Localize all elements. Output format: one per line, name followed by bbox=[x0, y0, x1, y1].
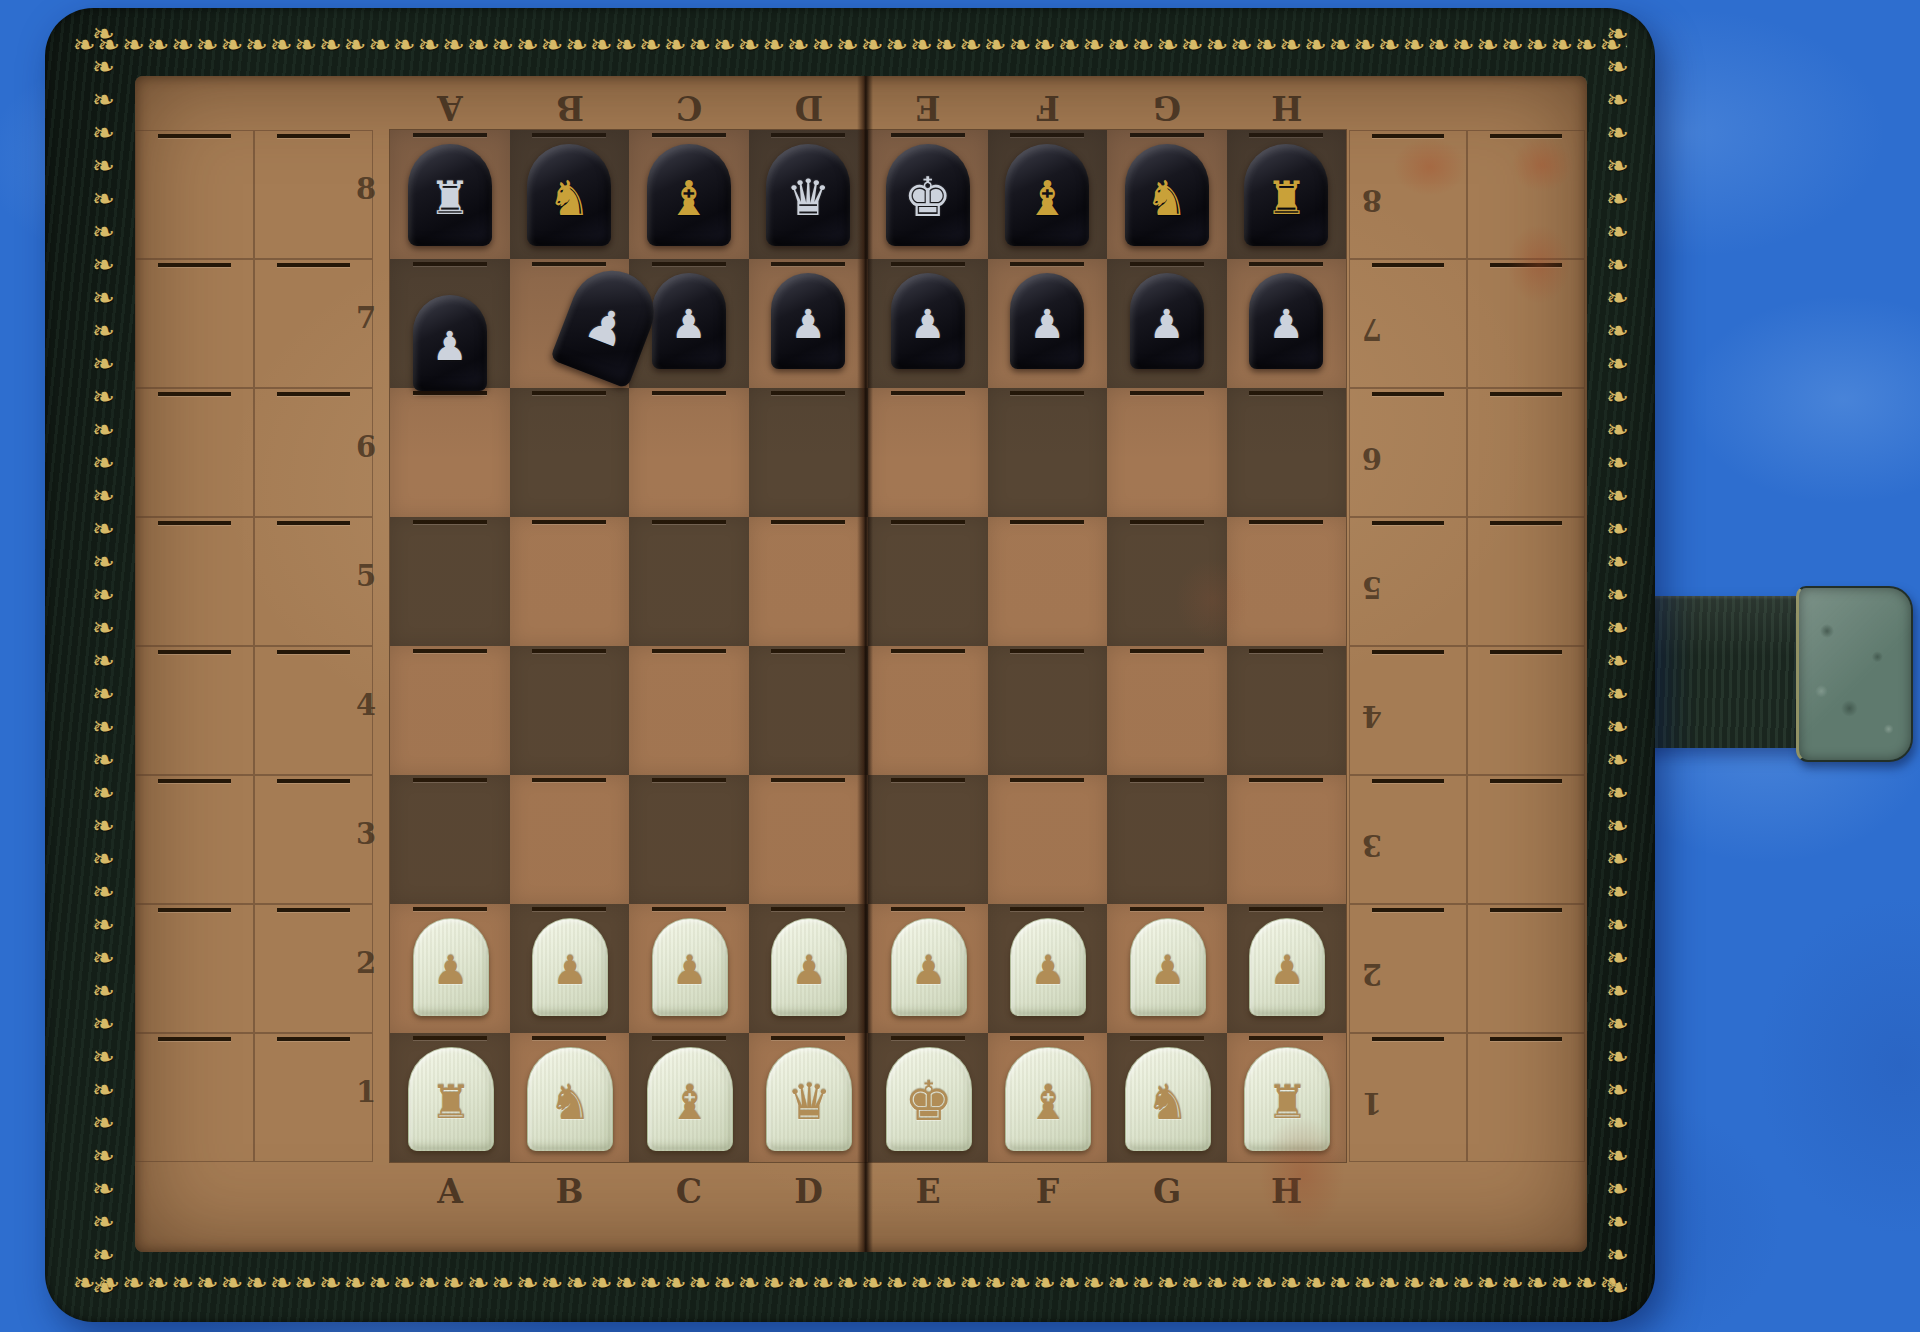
black-king-e8[interactable]: ♚ bbox=[886, 144, 970, 246]
square-f6[interactable] bbox=[988, 388, 1108, 517]
piece-slot bbox=[1130, 520, 1204, 524]
square-d5[interactable] bbox=[749, 517, 869, 646]
piece-slot bbox=[1010, 391, 1084, 395]
piece-slot bbox=[1249, 907, 1323, 911]
piece-slot bbox=[771, 649, 845, 653]
square-b4[interactable] bbox=[510, 646, 630, 775]
piece-slot bbox=[1010, 649, 1084, 653]
rook-icon: ♜ bbox=[429, 175, 470, 221]
file-label-top-f: F bbox=[988, 88, 1108, 127]
piece-slot bbox=[891, 649, 965, 653]
leather-wallet-cover: ❧❧❧❧❧❧❧❧❧❧❧❧❧❧❧❧❧❧❧❧❧❧❧❧❧❧❧❧❧❧❧❧❧❧❧❧❧❧❧❧… bbox=[45, 8, 1655, 1322]
center-fold-seam bbox=[857, 76, 873, 1252]
white-bishop-c1[interactable]: ♝ bbox=[647, 1047, 733, 1151]
pawn-icon: ♟ bbox=[910, 304, 946, 344]
file-label-top-e: E bbox=[868, 88, 988, 127]
file-label-bottom-e: E bbox=[868, 1172, 988, 1211]
square-e4[interactable] bbox=[868, 646, 988, 775]
file-label-bottom-d: D bbox=[749, 1172, 869, 1211]
pawn-icon: ♟ bbox=[790, 304, 826, 344]
black-pawn-f7[interactable]: ♟ bbox=[1010, 273, 1084, 369]
storage-cell[interactable] bbox=[135, 904, 254, 1033]
white-pawn-a2[interactable]: ♟ bbox=[413, 918, 489, 1016]
piece-slot bbox=[652, 262, 726, 266]
file-label-bottom-f: F bbox=[988, 1172, 1108, 1211]
rank-label-left-5: 5 bbox=[347, 517, 385, 646]
bishop-icon: ♝ bbox=[667, 174, 710, 222]
square-f4[interactable] bbox=[988, 646, 1108, 775]
piece-slot bbox=[158, 650, 231, 654]
piece-slot bbox=[1249, 649, 1323, 653]
rank-label-right-7: 7 bbox=[1353, 259, 1391, 388]
piece-slot bbox=[1130, 262, 1204, 266]
piece-slot bbox=[1130, 907, 1204, 911]
piece-slot bbox=[1010, 520, 1084, 524]
piece-slot bbox=[158, 779, 231, 783]
square-d4[interactable] bbox=[749, 646, 869, 775]
queen-icon: ♛ bbox=[786, 173, 831, 223]
piece-slot bbox=[532, 907, 606, 911]
gold-vine-border-top: ❧❧❧❧❧❧❧❧❧❧❧❧❧❧❧❧❧❧❧❧❧❧❧❧❧❧❧❧❧❧❧❧❧❧❧❧❧❧❧❧… bbox=[73, 20, 1627, 72]
piece-slot bbox=[1490, 779, 1562, 783]
storage-cell[interactable] bbox=[1467, 646, 1585, 775]
white-pawn-f2[interactable]: ♟ bbox=[1010, 918, 1086, 1016]
bishop-icon: ♝ bbox=[668, 1078, 711, 1126]
piece-slot bbox=[1010, 907, 1084, 911]
pawn-icon: ♟ bbox=[580, 299, 634, 355]
white-knight-g1[interactable]: ♞ bbox=[1125, 1047, 1211, 1151]
piece-slot bbox=[652, 133, 726, 137]
rank-label-left-2: 2 bbox=[347, 904, 385, 1033]
piece-slot bbox=[413, 1036, 487, 1040]
pawn-icon: ♟ bbox=[791, 950, 827, 990]
piece-slot bbox=[771, 391, 845, 395]
piece-slot bbox=[652, 1036, 726, 1040]
white-king-e1[interactable]: ♚ bbox=[886, 1047, 972, 1151]
square-a5[interactable] bbox=[390, 517, 510, 646]
rank-label-right-6: 6 bbox=[1353, 388, 1391, 517]
pawn-icon: ♟ bbox=[1149, 304, 1185, 344]
pawn-icon: ♟ bbox=[1029, 304, 1065, 344]
pawn-icon: ♟ bbox=[671, 304, 707, 344]
piece-slot bbox=[532, 520, 606, 524]
piece-slot bbox=[413, 520, 487, 524]
rank-label-left-3: 3 bbox=[347, 775, 385, 904]
square-b3[interactable] bbox=[510, 775, 630, 904]
piece-slot bbox=[652, 391, 726, 395]
storage-cell[interactable] bbox=[1467, 130, 1585, 259]
pawn-icon: ♟ bbox=[1268, 304, 1304, 344]
rank-label-right-8: 8 bbox=[1353, 130, 1391, 259]
piece-slot bbox=[1010, 778, 1084, 782]
piece-slot bbox=[1130, 391, 1204, 395]
rank-label-right-4: 4 bbox=[1353, 646, 1391, 775]
white-pawn-g2[interactable]: ♟ bbox=[1130, 918, 1206, 1016]
piece-slot bbox=[277, 134, 350, 138]
square-a4[interactable] bbox=[390, 646, 510, 775]
piece-slot bbox=[158, 263, 231, 267]
pawn-icon: ♟ bbox=[1030, 950, 1066, 990]
bishop-icon: ♝ bbox=[1026, 174, 1069, 222]
king-icon: ♚ bbox=[905, 1075, 953, 1129]
piece-slot bbox=[652, 907, 726, 911]
black-pawn-a7[interactable]: ♟ bbox=[413, 295, 487, 391]
rank-label-right-2: 2 bbox=[1353, 904, 1391, 1033]
piece-slot bbox=[277, 650, 350, 654]
piece-slot bbox=[771, 907, 845, 911]
piece-slot bbox=[1249, 1036, 1323, 1040]
knight-icon: ♞ bbox=[549, 1078, 592, 1126]
piece-slot bbox=[652, 649, 726, 653]
piece-slot bbox=[532, 133, 606, 137]
black-pawn-c7[interactable]: ♟ bbox=[652, 273, 726, 369]
piece-slot bbox=[158, 908, 231, 912]
pawn-icon: ♟ bbox=[1150, 950, 1186, 990]
rook-icon: ♜ bbox=[1266, 175, 1307, 221]
piece-slot bbox=[532, 1036, 606, 1040]
gold-vine-border-bottom: ❧❧❧❧❧❧❧❧❧❧❧❧❧❧❧❧❧❧❧❧❧❧❧❧❧❧❧❧❧❧❧❧❧❧❧❧❧❧❧❧… bbox=[73, 1258, 1627, 1310]
knight-icon: ♞ bbox=[1145, 174, 1188, 222]
piece-slot bbox=[652, 520, 726, 524]
black-knight-g8[interactable]: ♞ bbox=[1125, 144, 1209, 246]
square-d3[interactable] bbox=[749, 775, 869, 904]
pawn-icon: ♟ bbox=[911, 950, 947, 990]
piece-slot bbox=[532, 391, 606, 395]
piece-slot bbox=[1490, 521, 1562, 525]
piece-slot bbox=[532, 778, 606, 782]
square-e3[interactable] bbox=[868, 775, 988, 904]
piece-slot bbox=[532, 649, 606, 653]
storage-cell[interactable] bbox=[135, 517, 254, 646]
white-pawn-b2[interactable]: ♟ bbox=[532, 918, 608, 1016]
square-f3[interactable] bbox=[988, 775, 1108, 904]
white-rook-h1[interactable]: ♜ bbox=[1244, 1047, 1330, 1151]
piece-slot bbox=[891, 391, 965, 395]
white-queen-d1[interactable]: ♛ bbox=[766, 1047, 852, 1151]
piece-slot bbox=[413, 649, 487, 653]
piece-slot bbox=[277, 908, 350, 912]
piece-slot bbox=[1490, 134, 1562, 138]
file-label-bottom-g: G bbox=[1107, 1172, 1227, 1211]
square-c6[interactable] bbox=[629, 388, 749, 517]
storage-cell[interactable] bbox=[135, 646, 254, 775]
square-c3[interactable] bbox=[629, 775, 749, 904]
storage-cell[interactable] bbox=[1467, 517, 1585, 646]
knight-icon: ♞ bbox=[1146, 1078, 1189, 1126]
piece-slot bbox=[158, 134, 231, 138]
photo-background: ❧❧❧❧❧❧❧❧❧❧❧❧❧❧❧❧❧❧❧❧❧❧❧❧❧❧❧❧❧❧❧❧❧❧❧❧❧❧❧❧… bbox=[0, 0, 1920, 1332]
piece-slot bbox=[277, 263, 350, 267]
piece-slot bbox=[1249, 778, 1323, 782]
square-g5[interactable] bbox=[1107, 517, 1227, 646]
piece-slot bbox=[158, 1037, 231, 1041]
pawn-icon: ♟ bbox=[1269, 950, 1305, 990]
piece-slot bbox=[277, 392, 350, 396]
black-pawn-g7[interactable]: ♟ bbox=[1130, 273, 1204, 369]
file-label-bottom-b: B bbox=[510, 1172, 630, 1211]
square-g4[interactable] bbox=[1107, 646, 1227, 775]
black-bishop-f8[interactable]: ♝ bbox=[1005, 144, 1089, 246]
square-f5[interactable] bbox=[988, 517, 1108, 646]
board-leather-interior: AABBCCDDEEFFGGHH8877665544332211 ♜♞♝♛♚♝♞… bbox=[135, 76, 1587, 1252]
bishop-icon: ♝ bbox=[1027, 1078, 1070, 1126]
square-h5[interactable] bbox=[1227, 517, 1347, 646]
piece-slot bbox=[771, 1036, 845, 1040]
piece-slot bbox=[413, 778, 487, 782]
rank-label-left-4: 4 bbox=[347, 646, 385, 775]
rank-label-left-6: 6 bbox=[347, 388, 385, 517]
rank-label-right-5: 5 bbox=[1353, 517, 1391, 646]
storage-cell[interactable] bbox=[135, 130, 254, 259]
square-c5[interactable] bbox=[629, 517, 749, 646]
piece-slot bbox=[891, 1036, 965, 1040]
piece-slot bbox=[413, 391, 487, 395]
piece-slot bbox=[1490, 263, 1562, 267]
piece-slot bbox=[1249, 262, 1323, 266]
file-label-top-c: C bbox=[629, 88, 749, 127]
rook-icon: ♜ bbox=[1267, 1079, 1308, 1125]
rank-label-right-3: 3 bbox=[1353, 775, 1391, 904]
black-knight-b8[interactable]: ♞ bbox=[527, 144, 611, 246]
black-rook-h8[interactable]: ♜ bbox=[1244, 144, 1328, 246]
piece-slot bbox=[891, 133, 965, 137]
piece-slot bbox=[652, 778, 726, 782]
file-label-top-a: A bbox=[390, 88, 510, 127]
square-h4[interactable] bbox=[1227, 646, 1347, 775]
storage-cell[interactable] bbox=[1467, 1033, 1585, 1162]
piece-slot bbox=[158, 392, 231, 396]
gold-vine-border-right: ❧❧❧❧❧❧❧❧❧❧❧❧❧❧❧❧❧❧❧❧❧❧❧❧❧❧❧❧❧❧❧❧❧❧❧❧❧❧❧❧… bbox=[1591, 18, 1643, 1312]
file-label-top-b: B bbox=[510, 88, 630, 127]
piece-slot bbox=[891, 778, 965, 782]
piece-slot bbox=[413, 907, 487, 911]
piece-slot bbox=[771, 262, 845, 266]
square-e5[interactable] bbox=[868, 517, 988, 646]
rank-label-left-7: 7 bbox=[347, 259, 385, 388]
white-bishop-f1[interactable]: ♝ bbox=[1005, 1047, 1091, 1151]
pawn-icon: ♟ bbox=[433, 950, 469, 990]
piece-slot bbox=[771, 133, 845, 137]
square-g6[interactable] bbox=[1107, 388, 1227, 517]
storage-cell[interactable] bbox=[135, 388, 254, 517]
piece-slot bbox=[1249, 520, 1323, 524]
storage-cell[interactable] bbox=[1467, 904, 1585, 1033]
piece-slot bbox=[891, 262, 965, 266]
square-a3[interactable] bbox=[390, 775, 510, 904]
piece-slot bbox=[1490, 392, 1562, 396]
storage-cell[interactable] bbox=[1467, 388, 1585, 517]
square-a6[interactable] bbox=[390, 388, 510, 517]
storage-cell[interactable] bbox=[1467, 259, 1585, 388]
piece-slot bbox=[1490, 650, 1562, 654]
rank-label-left-1: 1 bbox=[347, 1033, 385, 1162]
pawn-icon: ♟ bbox=[672, 950, 708, 990]
square-h6[interactable] bbox=[1227, 388, 1347, 517]
gold-vine-border-left: ❧❧❧❧❧❧❧❧❧❧❧❧❧❧❧❧❧❧❧❧❧❧❧❧❧❧❧❧❧❧❧❧❧❧❧❧❧❧❧❧… bbox=[77, 18, 129, 1312]
storage-cell[interactable] bbox=[135, 259, 254, 388]
storage-cell[interactable] bbox=[135, 1033, 254, 1162]
piece-slot bbox=[532, 262, 606, 266]
piece-slot bbox=[1130, 649, 1204, 653]
square-b6[interactable] bbox=[510, 388, 630, 517]
piece-slot bbox=[891, 520, 965, 524]
pawn-icon: ♟ bbox=[552, 950, 588, 990]
white-pawn-d2[interactable]: ♟ bbox=[771, 918, 847, 1016]
queen-icon: ♛ bbox=[787, 1077, 832, 1127]
piece-slot bbox=[891, 907, 965, 911]
file-label-bottom-a: A bbox=[390, 1172, 510, 1211]
black-rook-a8[interactable]: ♜ bbox=[408, 144, 492, 246]
piece-slot bbox=[1249, 133, 1323, 137]
file-label-top-d: D bbox=[749, 88, 869, 127]
storage-cell[interactable] bbox=[135, 775, 254, 904]
storage-cell[interactable] bbox=[1467, 775, 1585, 904]
black-pawn-d7[interactable]: ♟ bbox=[771, 273, 845, 369]
square-b5[interactable] bbox=[510, 517, 630, 646]
piece-slot bbox=[277, 1037, 350, 1041]
black-pawn-e7[interactable]: ♟ bbox=[891, 273, 965, 369]
piece-slot bbox=[277, 521, 350, 525]
piece-slot bbox=[277, 779, 350, 783]
piece-slot bbox=[1130, 778, 1204, 782]
file-label-top-h: H bbox=[1227, 88, 1347, 127]
piece-slot bbox=[413, 262, 487, 266]
square-e6[interactable] bbox=[868, 388, 988, 517]
square-h3[interactable] bbox=[1227, 775, 1347, 904]
black-pawn-h7[interactable]: ♟ bbox=[1249, 273, 1323, 369]
piece-slot bbox=[1490, 908, 1562, 912]
piece-slot bbox=[1010, 1036, 1084, 1040]
file-label-top-g: G bbox=[1107, 88, 1227, 127]
square-c4[interactable] bbox=[629, 646, 749, 775]
pawn-icon: ♟ bbox=[432, 326, 468, 366]
file-label-bottom-h: H bbox=[1227, 1172, 1347, 1211]
piece-slot bbox=[771, 520, 845, 524]
piece-slot bbox=[1130, 133, 1204, 137]
rook-icon: ♜ bbox=[430, 1079, 471, 1125]
white-pawn-c2[interactable]: ♟ bbox=[652, 918, 728, 1016]
white-pawn-h2[interactable]: ♟ bbox=[1249, 918, 1325, 1016]
square-g3[interactable] bbox=[1107, 775, 1227, 904]
storage-grid-left bbox=[135, 130, 373, 1162]
square-d6[interactable] bbox=[749, 388, 869, 517]
piece-slot bbox=[413, 133, 487, 137]
piece-slot bbox=[1249, 391, 1323, 395]
white-knight-b1[interactable]: ♞ bbox=[527, 1047, 613, 1151]
white-pawn-e2[interactable]: ♟ bbox=[891, 918, 967, 1016]
piece-slot bbox=[1010, 262, 1084, 266]
black-queen-d8[interactable]: ♛ bbox=[766, 144, 850, 246]
knight-icon: ♞ bbox=[548, 174, 591, 222]
clasp-snap-tab[interactable] bbox=[1796, 586, 1913, 762]
piece-slot bbox=[771, 778, 845, 782]
white-rook-a1[interactable]: ♜ bbox=[408, 1047, 494, 1151]
piece-slot bbox=[1010, 133, 1084, 137]
rank-label-right-1: 1 bbox=[1353, 1033, 1391, 1162]
rank-label-left-8: 8 bbox=[347, 130, 385, 259]
file-label-bottom-c: C bbox=[629, 1172, 749, 1211]
black-bishop-c8[interactable]: ♝ bbox=[647, 144, 731, 246]
piece-slot bbox=[1490, 1037, 1562, 1041]
piece-slot bbox=[158, 521, 231, 525]
king-icon: ♚ bbox=[904, 171, 952, 225]
piece-slot bbox=[1130, 1036, 1204, 1040]
